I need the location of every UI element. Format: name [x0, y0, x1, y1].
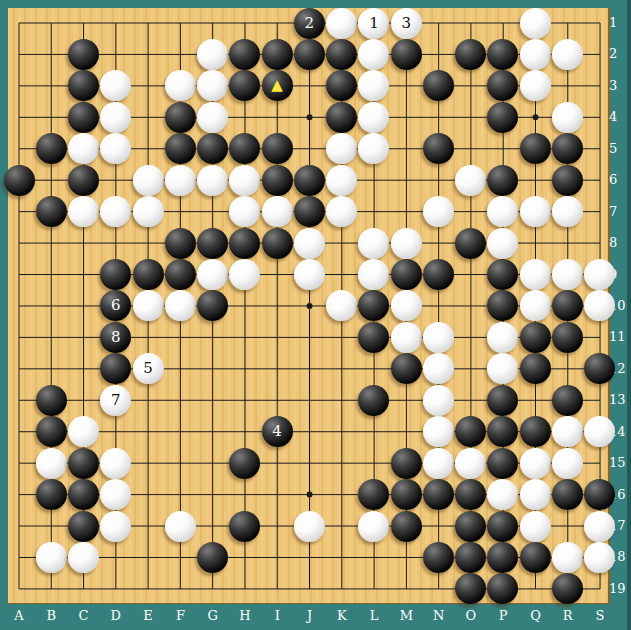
board-intersection-N5[interactable]: [422, 133, 454, 164]
board-intersection-I8[interactable]: [261, 227, 293, 258]
board-intersection-N7[interactable]: [422, 196, 454, 227]
board-intersection-D9[interactable]: [100, 259, 132, 290]
board-intersection-A9[interactable]: [3, 259, 35, 290]
board-intersection-R13[interactable]: [551, 385, 583, 416]
board-intersection-H10[interactable]: [229, 290, 261, 321]
board-intersection-G7[interactable]: [196, 196, 228, 227]
board-intersection-H9[interactable]: [229, 259, 261, 290]
board-intersection-L10[interactable]: [358, 290, 390, 321]
board-intersection-E13[interactable]: [132, 385, 164, 416]
board-intersection-H14[interactable]: [229, 416, 261, 447]
board-intersection-B16[interactable]: [35, 479, 67, 510]
board-intersection-I7[interactable]: [261, 196, 293, 227]
board-intersection-P8[interactable]: [487, 227, 519, 258]
board-intersection-D4[interactable]: [100, 102, 132, 133]
board-intersection-O4[interactable]: [455, 102, 487, 133]
board-intersection-H12[interactable]: [229, 353, 261, 384]
board-intersection-A11[interactable]: [3, 322, 35, 353]
board-intersection-O12[interactable]: [455, 353, 487, 384]
board-intersection-K19[interactable]: [326, 573, 358, 604]
board-intersection-J16[interactable]: [293, 479, 325, 510]
board-intersection-O19[interactable]: [455, 573, 487, 604]
board-intersection-C5[interactable]: [67, 133, 99, 164]
board-intersection-I4[interactable]: [261, 102, 293, 133]
board-intersection-O14[interactable]: [455, 416, 487, 447]
board-intersection-E6[interactable]: [132, 164, 164, 195]
board-intersection-O1[interactable]: [455, 7, 487, 38]
board-intersection-M15[interactable]: [390, 447, 422, 478]
board-intersection-H2[interactable]: [229, 39, 261, 70]
board-intersection-E9[interactable]: [132, 259, 164, 290]
board-intersection-L8[interactable]: [358, 227, 390, 258]
board-intersection-P6[interactable]: [487, 164, 519, 195]
board-intersection-G16[interactable]: [196, 479, 228, 510]
board-intersection-L11[interactable]: [358, 322, 390, 353]
board-intersection-E7[interactable]: [132, 196, 164, 227]
board-intersection-D18[interactable]: [100, 542, 132, 573]
board-intersection-C17[interactable]: [67, 510, 99, 541]
board-intersection-C4[interactable]: [67, 102, 99, 133]
board-intersection-C8[interactable]: [67, 227, 99, 258]
board-intersection-K15[interactable]: [326, 447, 358, 478]
board-intersection-A2[interactable]: [3, 39, 35, 70]
board-intersection-L4[interactable]: [358, 102, 390, 133]
board-intersection-A3[interactable]: [3, 70, 35, 101]
board-intersection-A7[interactable]: [3, 196, 35, 227]
board-intersection-G13[interactable]: [196, 385, 228, 416]
board-intersection-A13[interactable]: [3, 385, 35, 416]
board-intersection-F18[interactable]: [164, 542, 196, 573]
board-intersection-N11[interactable]: [422, 322, 454, 353]
board-intersection-B4[interactable]: [35, 102, 67, 133]
board-intersection-B18[interactable]: [35, 542, 67, 573]
board-intersection-N2[interactable]: [422, 39, 454, 70]
board-intersection-F1[interactable]: [164, 7, 196, 38]
board-intersection-P1[interactable]: [487, 7, 519, 38]
board-intersection-L13[interactable]: [358, 385, 390, 416]
board-intersection-K5[interactable]: [326, 133, 358, 164]
board-intersection-N13[interactable]: [422, 385, 454, 416]
board-intersection-O7[interactable]: [455, 196, 487, 227]
board-intersection-F14[interactable]: [164, 416, 196, 447]
board-intersection-C14[interactable]: [67, 416, 99, 447]
board-intersection-G3[interactable]: [196, 70, 228, 101]
board-intersection-D6[interactable]: [100, 164, 132, 195]
board-intersection-S18[interactable]: [584, 542, 616, 573]
board-intersection-P17[interactable]: [487, 510, 519, 541]
board-intersection-C10[interactable]: [67, 290, 99, 321]
board-intersection-G18[interactable]: [196, 542, 228, 573]
board-intersection-F11[interactable]: [164, 322, 196, 353]
board-intersection-P14[interactable]: [487, 416, 519, 447]
board-intersection-L18[interactable]: [358, 542, 390, 573]
board-intersection-B9[interactable]: [35, 259, 67, 290]
board-intersection-N10[interactable]: [422, 290, 454, 321]
board-intersection-J17[interactable]: [293, 510, 325, 541]
board-intersection-O8[interactable]: [455, 227, 487, 258]
board-intersection-I12[interactable]: [261, 353, 293, 384]
board-intersection-G14[interactable]: [196, 416, 228, 447]
board-intersection-B15[interactable]: [35, 447, 67, 478]
board-intersection-Q7[interactable]: [519, 196, 551, 227]
board-intersection-K7[interactable]: [326, 196, 358, 227]
board-intersection-G15[interactable]: [196, 447, 228, 478]
board-intersection-G4[interactable]: [196, 102, 228, 133]
board-intersection-R16[interactable]: [551, 479, 583, 510]
board-intersection-A4[interactable]: [3, 102, 35, 133]
board-intersection-I9[interactable]: [261, 259, 293, 290]
board-intersection-R15[interactable]: [551, 447, 583, 478]
board-intersection-H5[interactable]: [229, 133, 261, 164]
board-intersection-B6[interactable]: [35, 164, 67, 195]
board-intersection-Q17[interactable]: [519, 510, 551, 541]
board-intersection-N9[interactable]: [422, 259, 454, 290]
board-intersection-O6[interactable]: [455, 164, 487, 195]
board-intersection-K4[interactable]: [326, 102, 358, 133]
board-intersection-L2[interactable]: [358, 39, 390, 70]
board-intersection-R18[interactable]: [551, 542, 583, 573]
board-intersection-O9[interactable]: [455, 259, 487, 290]
board-intersection-B10[interactable]: [35, 290, 67, 321]
board-intersection-F3[interactable]: [164, 70, 196, 101]
board-intersection-A14[interactable]: [3, 416, 35, 447]
board-intersection-J2[interactable]: [293, 39, 325, 70]
board-intersection-B11[interactable]: [35, 322, 67, 353]
board-intersection-C6[interactable]: [67, 164, 99, 195]
board-intersection-E4[interactable]: [132, 102, 164, 133]
board-intersection-I1[interactable]: [261, 7, 293, 38]
board-intersection-M7[interactable]: [390, 196, 422, 227]
board-intersection-F13[interactable]: [164, 385, 196, 416]
board-intersection-H6[interactable]: [229, 164, 261, 195]
board-intersection-A1[interactable]: [3, 7, 35, 38]
board-intersection-D14[interactable]: [100, 416, 132, 447]
board-intersection-Q13[interactable]: [519, 385, 551, 416]
board-intersection-B1[interactable]: [35, 7, 67, 38]
board-intersection-B5[interactable]: [35, 133, 67, 164]
board-intersection-N6[interactable]: [422, 164, 454, 195]
board-intersection-K10[interactable]: [326, 290, 358, 321]
board-intersection-Q6[interactable]: [519, 164, 551, 195]
board-intersection-F8[interactable]: [164, 227, 196, 258]
board-intersection-J4[interactable]: [293, 102, 325, 133]
board-intersection-B17[interactable]: [35, 510, 67, 541]
board-intersection-F7[interactable]: [164, 196, 196, 227]
board-intersection-J10[interactable]: [293, 290, 325, 321]
board-intersection-R4[interactable]: [551, 102, 583, 133]
board-intersection-Q8[interactable]: [519, 227, 551, 258]
board-intersection-H13[interactable]: [229, 385, 261, 416]
board-intersection-P16[interactable]: [487, 479, 519, 510]
board-intersection-L15[interactable]: [358, 447, 390, 478]
board-intersection-I16[interactable]: [261, 479, 293, 510]
board-intersection-Q16[interactable]: [519, 479, 551, 510]
board-intersection-B14[interactable]: [35, 416, 67, 447]
board-intersection-L9[interactable]: [358, 259, 390, 290]
board-intersection-M9[interactable]: [390, 259, 422, 290]
board-intersection-O13[interactable]: [455, 385, 487, 416]
board-intersection-E12[interactable]: 5: [132, 353, 164, 384]
board-intersection-H17[interactable]: [229, 510, 261, 541]
board-intersection-A12[interactable]: [3, 353, 35, 384]
board-intersection-O17[interactable]: [455, 510, 487, 541]
board-intersection-N8[interactable]: [422, 227, 454, 258]
board-intersection-L7[interactable]: [358, 196, 390, 227]
board-intersection-L3[interactable]: [358, 70, 390, 101]
board-intersection-E15[interactable]: [132, 447, 164, 478]
board-intersection-D12[interactable]: [100, 353, 132, 384]
board-intersection-I6[interactable]: [261, 164, 293, 195]
board-intersection-F6[interactable]: [164, 164, 196, 195]
board-intersection-D13[interactable]: 7: [100, 385, 132, 416]
board-intersection-I13[interactable]: [261, 385, 293, 416]
board-intersection-G11[interactable]: [196, 322, 228, 353]
board-intersection-G19[interactable]: [196, 573, 228, 604]
board-intersection-K8[interactable]: [326, 227, 358, 258]
board-intersection-Q10[interactable]: [519, 290, 551, 321]
board-intersection-P3[interactable]: [487, 70, 519, 101]
board-intersection-D17[interactable]: [100, 510, 132, 541]
board-intersection-F4[interactable]: [164, 102, 196, 133]
board-intersection-C16[interactable]: [67, 479, 99, 510]
board-intersection-R9[interactable]: [551, 259, 583, 290]
board-intersection-G17[interactable]: [196, 510, 228, 541]
board-intersection-N16[interactable]: [422, 479, 454, 510]
board-intersection-R17[interactable]: [551, 510, 583, 541]
board-intersection-R12[interactable]: [551, 353, 583, 384]
board-intersection-B7[interactable]: [35, 196, 67, 227]
board-intersection-M13[interactable]: [390, 385, 422, 416]
board-intersection-A18[interactable]: [3, 542, 35, 573]
board-intersection-Q1[interactable]: [519, 7, 551, 38]
board-intersection-L16[interactable]: [358, 479, 390, 510]
board-intersection-A8[interactable]: [3, 227, 35, 258]
board-intersection-I19[interactable]: [261, 573, 293, 604]
board-intersection-L12[interactable]: [358, 353, 390, 384]
board-intersection-F15[interactable]: [164, 447, 196, 478]
board-intersection-Q9[interactable]: [519, 259, 551, 290]
board-intersection-M19[interactable]: [390, 573, 422, 604]
board-intersection-R1[interactable]: [551, 7, 583, 38]
board-intersection-B12[interactable]: [35, 353, 67, 384]
board-intersection-M3[interactable]: [390, 70, 422, 101]
board-intersection-K18[interactable]: [326, 542, 358, 573]
board-intersection-P4[interactable]: [487, 102, 519, 133]
board-intersection-C15[interactable]: [67, 447, 99, 478]
board-intersection-C2[interactable]: [67, 39, 99, 70]
board-intersection-L1[interactable]: 1: [358, 7, 390, 38]
board-intersection-J8[interactable]: [293, 227, 325, 258]
board-intersection-K14[interactable]: [326, 416, 358, 447]
board-intersection-J3[interactable]: [293, 70, 325, 101]
board-intersection-C7[interactable]: [67, 196, 99, 227]
board-intersection-B2[interactable]: [35, 39, 67, 70]
board-intersection-O15[interactable]: [455, 447, 487, 478]
board-intersection-P10[interactable]: [487, 290, 519, 321]
board-intersection-N3[interactable]: [422, 70, 454, 101]
board-intersection-N18[interactable]: [422, 542, 454, 573]
board-intersection-J11[interactable]: [293, 322, 325, 353]
board-intersection-D1[interactable]: [100, 7, 132, 38]
board-intersection-Q14[interactable]: [519, 416, 551, 447]
board-intersection-A16[interactable]: [3, 479, 35, 510]
board-intersection-N1[interactable]: [422, 7, 454, 38]
board-intersection-F12[interactable]: [164, 353, 196, 384]
board-intersection-P5[interactable]: [487, 133, 519, 164]
board-intersection-K12[interactable]: [326, 353, 358, 384]
board-intersection-J14[interactable]: [293, 416, 325, 447]
board-intersection-Q11[interactable]: [519, 322, 551, 353]
board-intersection-H18[interactable]: [229, 542, 261, 573]
board-intersection-N19[interactable]: [422, 573, 454, 604]
board-intersection-N12[interactable]: [422, 353, 454, 384]
board-intersection-I11[interactable]: [261, 322, 293, 353]
board-intersection-M6[interactable]: [390, 164, 422, 195]
board-intersection-D8[interactable]: [100, 227, 132, 258]
board-intersection-D10[interactable]: 6: [100, 290, 132, 321]
board-intersection-I14[interactable]: 4: [261, 416, 293, 447]
board-intersection-J9[interactable]: [293, 259, 325, 290]
board-intersection-A17[interactable]: [3, 510, 35, 541]
board-intersection-E16[interactable]: [132, 479, 164, 510]
board-intersection-L14[interactable]: [358, 416, 390, 447]
board-intersection-M12[interactable]: [390, 353, 422, 384]
board-intersection-E17[interactable]: [132, 510, 164, 541]
board-intersection-K9[interactable]: [326, 259, 358, 290]
board-intersection-C12[interactable]: [67, 353, 99, 384]
board-intersection-L17[interactable]: [358, 510, 390, 541]
board-intersection-Q3[interactable]: [519, 70, 551, 101]
board-intersection-C11[interactable]: [67, 322, 99, 353]
board-intersection-N4[interactable]: [422, 102, 454, 133]
board-intersection-F16[interactable]: [164, 479, 196, 510]
board-intersection-P9[interactable]: [487, 259, 519, 290]
board-intersection-C1[interactable]: [67, 7, 99, 38]
board-intersection-R11[interactable]: [551, 322, 583, 353]
board-intersection-E5[interactable]: [132, 133, 164, 164]
board-intersection-R2[interactable]: [551, 39, 583, 70]
board-intersection-F19[interactable]: [164, 573, 196, 604]
board-intersection-Q4[interactable]: [519, 102, 551, 133]
board-intersection-K11[interactable]: [326, 322, 358, 353]
board-intersection-R10[interactable]: [551, 290, 583, 321]
board-intersection-C19[interactable]: [67, 573, 99, 604]
board-intersection-H19[interactable]: [229, 573, 261, 604]
board-intersection-S12[interactable]: [584, 353, 616, 384]
board-intersection-I18[interactable]: [261, 542, 293, 573]
board-intersection-A5[interactable]: [3, 133, 35, 164]
board-intersection-M5[interactable]: [390, 133, 422, 164]
board-intersection-C3[interactable]: [67, 70, 99, 101]
board-intersection-N15[interactable]: [422, 447, 454, 478]
board-intersection-Q19[interactable]: [519, 573, 551, 604]
board-intersection-P11[interactable]: [487, 322, 519, 353]
board-intersection-K2[interactable]: [326, 39, 358, 70]
board-intersection-P2[interactable]: [487, 39, 519, 70]
board-intersection-H1[interactable]: [229, 7, 261, 38]
board-intersection-S10[interactable]: [584, 290, 616, 321]
board-intersection-M10[interactable]: [390, 290, 422, 321]
board-intersection-L6[interactable]: [358, 164, 390, 195]
board-intersection-J5[interactable]: [293, 133, 325, 164]
board-intersection-G1[interactable]: [196, 7, 228, 38]
board-intersection-O5[interactable]: [455, 133, 487, 164]
board-intersection-B13[interactable]: [35, 385, 67, 416]
board-intersection-J6[interactable]: [293, 164, 325, 195]
board-intersection-O10[interactable]: [455, 290, 487, 321]
board-intersection-F17[interactable]: [164, 510, 196, 541]
board-intersection-O11[interactable]: [455, 322, 487, 353]
board-intersection-N17[interactable]: [422, 510, 454, 541]
board-intersection-P19[interactable]: [487, 573, 519, 604]
board-intersection-G12[interactable]: [196, 353, 228, 384]
board-intersection-H8[interactable]: [229, 227, 261, 258]
board-intersection-D15[interactable]: [100, 447, 132, 478]
board-intersection-I10[interactable]: [261, 290, 293, 321]
board-intersection-A19[interactable]: [3, 573, 35, 604]
board-intersection-J18[interactable]: [293, 542, 325, 573]
board-intersection-M2[interactable]: [390, 39, 422, 70]
board-intersection-Q12[interactable]: [519, 353, 551, 384]
board-intersection-M14[interactable]: [390, 416, 422, 447]
board-intersection-R7[interactable]: [551, 196, 583, 227]
board-intersection-Q15[interactable]: [519, 447, 551, 478]
board-intersection-R6[interactable]: [551, 164, 583, 195]
board-intersection-J12[interactable]: [293, 353, 325, 384]
board-intersection-H16[interactable]: [229, 479, 261, 510]
board-intersection-P7[interactable]: [487, 196, 519, 227]
board-intersection-M17[interactable]: [390, 510, 422, 541]
board-intersection-I2[interactable]: [261, 39, 293, 70]
board-intersection-D3[interactable]: [100, 70, 132, 101]
board-intersection-G10[interactable]: [196, 290, 228, 321]
board-intersection-E18[interactable]: [132, 542, 164, 573]
board-intersection-E3[interactable]: [132, 70, 164, 101]
board-intersection-C9[interactable]: [67, 259, 99, 290]
board-intersection-S17[interactable]: [584, 510, 616, 541]
board-intersection-K6[interactable]: [326, 164, 358, 195]
board-intersection-E14[interactable]: [132, 416, 164, 447]
board-intersection-S14[interactable]: [584, 416, 616, 447]
board-intersection-H4[interactable]: [229, 102, 261, 133]
board-intersection-M1[interactable]: 3: [390, 7, 422, 38]
board-intersection-R5[interactable]: [551, 133, 583, 164]
board-intersection-G9[interactable]: [196, 259, 228, 290]
board-intersection-P13[interactable]: [487, 385, 519, 416]
board-intersection-E8[interactable]: [132, 227, 164, 258]
board-intersection-S16[interactable]: [584, 479, 616, 510]
board-intersection-R3[interactable]: [551, 70, 583, 101]
board-intersection-O3[interactable]: [455, 70, 487, 101]
board-intersection-A6[interactable]: [3, 164, 35, 195]
board-intersection-B8[interactable]: [35, 227, 67, 258]
board-intersection-R19[interactable]: [551, 573, 583, 604]
board-intersection-Q18[interactable]: [519, 542, 551, 573]
board-intersection-F5[interactable]: [164, 133, 196, 164]
board-intersection-D7[interactable]: [100, 196, 132, 227]
board-intersection-R14[interactable]: [551, 416, 583, 447]
board-intersection-C13[interactable]: [67, 385, 99, 416]
board-intersection-F10[interactable]: [164, 290, 196, 321]
board-intersection-P15[interactable]: [487, 447, 519, 478]
board-intersection-F2[interactable]: [164, 39, 196, 70]
board-intersection-L19[interactable]: [358, 573, 390, 604]
board-intersection-J7[interactable]: [293, 196, 325, 227]
board-intersection-G2[interactable]: [196, 39, 228, 70]
board-intersection-K3[interactable]: [326, 70, 358, 101]
board-intersection-L5[interactable]: [358, 133, 390, 164]
board-intersection-E1[interactable]: [132, 7, 164, 38]
